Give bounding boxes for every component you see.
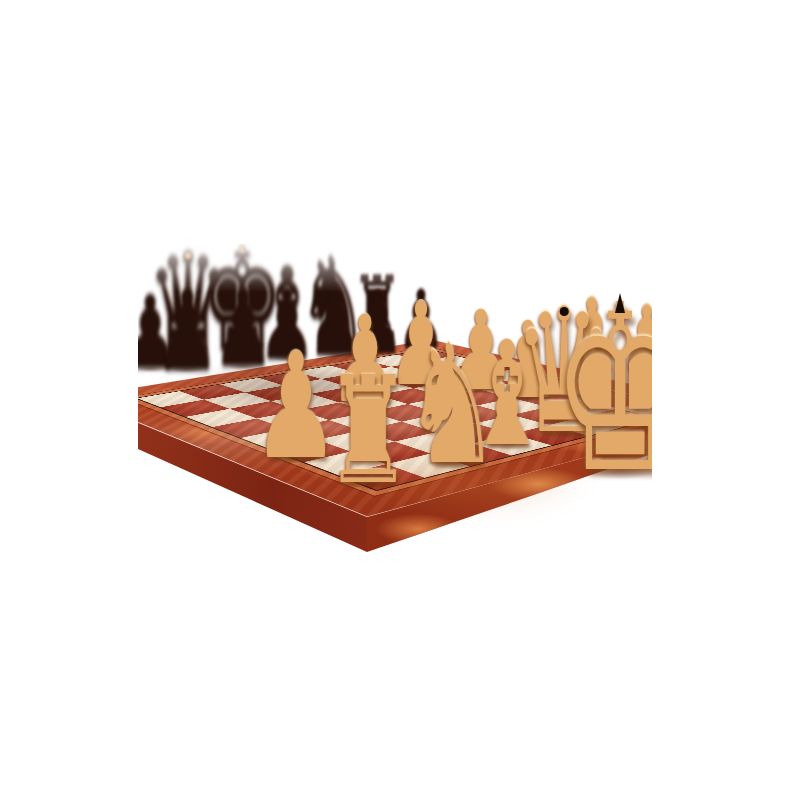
piece-white-rook-a1: ♜	[324, 357, 412, 505]
queen-finial-light	[185, 252, 192, 259]
piece-white-knight-b1: ♞	[403, 323, 501, 488]
pieces-layer: ♜♞♝♟♚♟♛♟♟♟♟♟♟♟♟♟♟♟♛♝♝♟♞♚♜	[138, 244, 652, 568]
king-finial-light	[239, 244, 245, 253]
chess-set-photo: ♜♞♝♟♚♟♛♟♟♟♟♟♟♟♟♟♟♟♛♝♝♟♞♚♜	[138, 244, 652, 568]
king-finial-dark	[615, 293, 625, 313]
piece-black-pawn-c7: ♟	[154, 276, 219, 386]
piece-white-king-e1: ♚	[552, 275, 652, 505]
